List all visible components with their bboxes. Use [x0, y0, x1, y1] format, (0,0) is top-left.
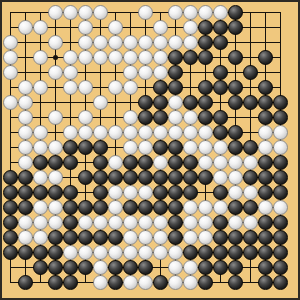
intersection-4-16[interactable]: [228, 50, 243, 65]
intersection-4-18[interactable]: [258, 50, 273, 65]
intersection-11-17[interactable]: [243, 155, 258, 170]
intersection-8-12[interactable]: [168, 110, 183, 125]
intersection-3-14[interactable]: [198, 35, 213, 50]
intersection-15-1[interactable]: [3, 215, 18, 230]
intersection-6-9[interactable]: [123, 80, 138, 95]
intersection-15-14[interactable]: [198, 215, 213, 230]
intersection-1-2[interactable]: [18, 5, 33, 20]
intersection-18-19[interactable]: [273, 260, 288, 275]
intersection-7-11[interactable]: [153, 95, 168, 110]
intersection-17-17[interactable]: [243, 245, 258, 260]
intersection-1-14[interactable]: [198, 5, 213, 20]
intersection-7-7[interactable]: [93, 95, 108, 110]
intersection-11-8[interactable]: [108, 155, 123, 170]
intersection-7-2[interactable]: [18, 95, 33, 110]
intersection-6-17[interactable]: [243, 80, 258, 95]
intersection-1-9[interactable]: [123, 5, 138, 20]
intersection-1-4[interactable]: [48, 5, 63, 20]
intersection-9-19[interactable]: [273, 125, 288, 140]
intersection-18-2[interactable]: [18, 260, 33, 275]
intersection-5-10[interactable]: [138, 65, 153, 80]
intersection-4-15[interactable]: [213, 50, 228, 65]
intersection-18-6[interactable]: [78, 260, 93, 275]
intersection-14-12[interactable]: [168, 200, 183, 215]
intersection-5-6[interactable]: [78, 65, 93, 80]
intersection-3-1[interactable]: [3, 35, 18, 50]
intersection-11-19[interactable]: [273, 155, 288, 170]
intersection-6-5[interactable]: [63, 80, 78, 95]
intersection-17-1[interactable]: [3, 245, 18, 260]
intersection-5-18[interactable]: [258, 65, 273, 80]
intersection-8-17[interactable]: [243, 110, 258, 125]
intersection-16-16[interactable]: [228, 230, 243, 245]
intersection-9-9[interactable]: [123, 125, 138, 140]
intersection-18-3[interactable]: [33, 260, 48, 275]
intersection-12-4[interactable]: [48, 170, 63, 185]
intersection-7-15[interactable]: [213, 95, 228, 110]
intersection-13-4[interactable]: [48, 185, 63, 200]
intersection-19-5[interactable]: [63, 275, 78, 290]
intersection-13-17[interactable]: [243, 185, 258, 200]
intersection-8-8[interactable]: [108, 110, 123, 125]
intersection-12-16[interactable]: [228, 170, 243, 185]
intersection-15-3[interactable]: [33, 215, 48, 230]
intersection-15-9[interactable]: [123, 215, 138, 230]
intersection-4-2[interactable]: [18, 50, 33, 65]
intersection-7-19[interactable]: [273, 95, 288, 110]
intersection-3-4[interactable]: [48, 35, 63, 50]
intersection-2-14[interactable]: [198, 20, 213, 35]
intersection-2-1[interactable]: [3, 20, 18, 35]
intersection-16-13[interactable]: [183, 230, 198, 245]
intersection-19-12[interactable]: [168, 275, 183, 290]
intersection-16-14[interactable]: [198, 230, 213, 245]
intersection-9-12[interactable]: [168, 125, 183, 140]
intersection-5-14[interactable]: [198, 65, 213, 80]
intersection-19-7[interactable]: [93, 275, 108, 290]
intersection-14-13[interactable]: [183, 200, 198, 215]
intersection-13-5[interactable]: [63, 185, 78, 200]
intersection-8-4[interactable]: [48, 110, 63, 125]
intersection-4-1[interactable]: [3, 50, 18, 65]
intersection-8-14[interactable]: [198, 110, 213, 125]
intersection-15-16[interactable]: [228, 215, 243, 230]
intersection-1-1[interactable]: [3, 5, 18, 20]
intersection-19-13[interactable]: [183, 275, 198, 290]
intersection-3-8[interactable]: [108, 35, 123, 50]
intersection-19-1[interactable]: [3, 275, 18, 290]
intersection-7-4[interactable]: [48, 95, 63, 110]
intersection-15-17[interactable]: [243, 215, 258, 230]
intersection-3-10[interactable]: [138, 35, 153, 50]
intersection-14-10[interactable]: [138, 200, 153, 215]
intersection-16-3[interactable]: [33, 230, 48, 245]
intersection-12-7[interactable]: [93, 170, 108, 185]
intersection-10-13[interactable]: [183, 140, 198, 155]
intersection-5-7[interactable]: [93, 65, 108, 80]
intersection-9-15[interactable]: [213, 125, 228, 140]
intersection-6-10[interactable]: [138, 80, 153, 95]
intersection-5-16[interactable]: [228, 65, 243, 80]
intersection-10-8[interactable]: [108, 140, 123, 155]
intersection-11-7[interactable]: [93, 155, 108, 170]
intersection-8-7[interactable]: [93, 110, 108, 125]
intersection-6-11[interactable]: [153, 80, 168, 95]
intersection-16-11[interactable]: [153, 230, 168, 245]
intersection-17-4[interactable]: [48, 245, 63, 260]
intersection-11-15[interactable]: [213, 155, 228, 170]
intersection-4-12[interactable]: [168, 50, 183, 65]
intersection-2-11[interactable]: [153, 20, 168, 35]
intersection-5-2[interactable]: [18, 65, 33, 80]
intersection-3-9[interactable]: [123, 35, 138, 50]
intersection-13-13[interactable]: [183, 185, 198, 200]
intersection-1-17[interactable]: [243, 5, 258, 20]
intersection-1-15[interactable]: [213, 5, 228, 20]
intersection-8-3[interactable]: [33, 110, 48, 125]
intersection-6-2[interactable]: [18, 80, 33, 95]
intersection-19-8[interactable]: [108, 275, 123, 290]
intersection-15-7[interactable]: [93, 215, 108, 230]
intersection-19-17[interactable]: [243, 275, 258, 290]
intersection-15-15[interactable]: [213, 215, 228, 230]
intersection-12-8[interactable]: [108, 170, 123, 185]
intersection-7-1[interactable]: [3, 95, 18, 110]
intersection-7-3[interactable]: [33, 95, 48, 110]
intersection-11-3[interactable]: [33, 155, 48, 170]
intersection-2-13[interactable]: [183, 20, 198, 35]
intersection-5-9[interactable]: [123, 65, 138, 80]
intersection-6-19[interactable]: [273, 80, 288, 95]
intersection-14-1[interactable]: [3, 200, 18, 215]
intersection-12-6[interactable]: [78, 170, 93, 185]
intersection-18-4[interactable]: [48, 260, 63, 275]
intersection-12-19[interactable]: [273, 170, 288, 185]
intersection-17-18[interactable]: [258, 245, 273, 260]
intersection-18-13[interactable]: [183, 260, 198, 275]
intersection-2-16[interactable]: [228, 20, 243, 35]
intersection-2-15[interactable]: [213, 20, 228, 35]
intersection-5-19[interactable]: [273, 65, 288, 80]
intersection-16-8[interactable]: [108, 230, 123, 245]
intersection-7-13[interactable]: [183, 95, 198, 110]
intersection-7-10[interactable]: [138, 95, 153, 110]
intersection-4-6[interactable]: [78, 50, 93, 65]
intersection-10-7[interactable]: [93, 140, 108, 155]
intersection-6-16[interactable]: [228, 80, 243, 95]
intersection-6-3[interactable]: [33, 80, 48, 95]
intersection-16-12[interactable]: [168, 230, 183, 245]
intersection-5-3[interactable]: [33, 65, 48, 80]
intersection-16-1[interactable]: [3, 230, 18, 245]
intersection-13-12[interactable]: [168, 185, 183, 200]
intersection-17-15[interactable]: [213, 245, 228, 260]
intersection-10-4[interactable]: [48, 140, 63, 155]
intersection-9-14[interactable]: [198, 125, 213, 140]
intersection-11-13[interactable]: [183, 155, 198, 170]
intersection-2-3[interactable]: [33, 20, 48, 35]
intersection-7-16[interactable]: [228, 95, 243, 110]
intersection-2-12[interactable]: [168, 20, 183, 35]
intersection-19-18[interactable]: [258, 275, 273, 290]
intersection-17-6[interactable]: [78, 245, 93, 260]
intersection-19-16[interactable]: [228, 275, 243, 290]
intersection-9-16[interactable]: [228, 125, 243, 140]
intersection-13-15[interactable]: [213, 185, 228, 200]
intersection-11-1[interactable]: [3, 155, 18, 170]
intersection-12-10[interactable]: [138, 170, 153, 185]
intersection-9-11[interactable]: [153, 125, 168, 140]
intersection-9-8[interactable]: [108, 125, 123, 140]
intersection-10-15[interactable]: [213, 140, 228, 155]
intersection-9-17[interactable]: [243, 125, 258, 140]
intersection-1-18[interactable]: [258, 5, 273, 20]
intersection-15-13[interactable]: [183, 215, 198, 230]
intersection-18-10[interactable]: [138, 260, 153, 275]
intersection-10-11[interactable]: [153, 140, 168, 155]
intersection-12-1[interactable]: [3, 170, 18, 185]
intersection-13-9[interactable]: [123, 185, 138, 200]
intersection-16-9[interactable]: [123, 230, 138, 245]
intersection-18-16[interactable]: [228, 260, 243, 275]
intersection-9-3[interactable]: [33, 125, 48, 140]
intersection-13-14[interactable]: [198, 185, 213, 200]
intersection-6-7[interactable]: [93, 80, 108, 95]
intersection-8-15[interactable]: [213, 110, 228, 125]
intersection-11-12[interactable]: [168, 155, 183, 170]
intersection-12-9[interactable]: [123, 170, 138, 185]
intersection-12-3[interactable]: [33, 170, 48, 185]
intersection-3-16[interactable]: [228, 35, 243, 50]
intersection-6-6[interactable]: [78, 80, 93, 95]
intersection-14-5[interactable]: [63, 200, 78, 215]
intersection-16-7[interactable]: [93, 230, 108, 245]
intersection-8-11[interactable]: [153, 110, 168, 125]
intersection-8-18[interactable]: [258, 110, 273, 125]
intersection-18-15[interactable]: [213, 260, 228, 275]
intersection-19-19[interactable]: [273, 275, 288, 290]
intersection-6-13[interactable]: [183, 80, 198, 95]
intersection-12-5[interactable]: [63, 170, 78, 185]
intersection-4-11[interactable]: [153, 50, 168, 65]
intersection-5-12[interactable]: [168, 65, 183, 80]
intersection-10-14[interactable]: [198, 140, 213, 155]
intersection-14-18[interactable]: [258, 200, 273, 215]
intersection-16-6[interactable]: [78, 230, 93, 245]
intersection-12-2[interactable]: [18, 170, 33, 185]
intersection-11-10[interactable]: [138, 155, 153, 170]
intersection-13-11[interactable]: [153, 185, 168, 200]
intersection-5-17[interactable]: [243, 65, 258, 80]
intersection-3-11[interactable]: [153, 35, 168, 50]
intersection-8-10[interactable]: [138, 110, 153, 125]
intersection-11-2[interactable]: [18, 155, 33, 170]
intersection-5-13[interactable]: [183, 65, 198, 80]
intersection-14-3[interactable]: [33, 200, 48, 215]
intersection-2-2[interactable]: [18, 20, 33, 35]
intersection-5-11[interactable]: [153, 65, 168, 80]
intersection-16-5[interactable]: [63, 230, 78, 245]
intersection-2-18[interactable]: [258, 20, 273, 35]
intersection-7-17[interactable]: [243, 95, 258, 110]
intersection-10-10[interactable]: [138, 140, 153, 155]
intersection-14-7[interactable]: [93, 200, 108, 215]
intersection-2-8[interactable]: [108, 20, 123, 35]
intersection-2-4[interactable]: [48, 20, 63, 35]
intersection-10-17[interactable]: [243, 140, 258, 155]
intersection-15-18[interactable]: [258, 215, 273, 230]
intersection-10-1[interactable]: [3, 140, 18, 155]
intersection-7-12[interactable]: [168, 95, 183, 110]
intersection-3-6[interactable]: [78, 35, 93, 50]
intersection-1-12[interactable]: [168, 5, 183, 20]
intersection-2-5[interactable]: [63, 20, 78, 35]
intersection-18-12[interactable]: [168, 260, 183, 275]
intersection-10-2[interactable]: [18, 140, 33, 155]
intersection-14-9[interactable]: [123, 200, 138, 215]
intersection-11-18[interactable]: [258, 155, 273, 170]
intersection-4-14[interactable]: [198, 50, 213, 65]
intersection-5-5[interactable]: [63, 65, 78, 80]
intersection-9-2[interactable]: [18, 125, 33, 140]
intersection-17-14[interactable]: [198, 245, 213, 260]
intersection-15-6[interactable]: [78, 215, 93, 230]
intersection-3-15[interactable]: [213, 35, 228, 50]
intersection-1-13[interactable]: [183, 5, 198, 20]
intersection-2-6[interactable]: [78, 20, 93, 35]
intersection-6-15[interactable]: [213, 80, 228, 95]
intersection-2-9[interactable]: [123, 20, 138, 35]
intersection-14-6[interactable]: [78, 200, 93, 215]
intersection-3-5[interactable]: [63, 35, 78, 50]
intersection-9-13[interactable]: [183, 125, 198, 140]
intersection-8-16[interactable]: [228, 110, 243, 125]
intersection-2-17[interactable]: [243, 20, 258, 35]
intersection-16-17[interactable]: [243, 230, 258, 245]
intersection-4-19[interactable]: [273, 50, 288, 65]
intersection-4-10[interactable]: [138, 50, 153, 65]
intersection-10-9[interactable]: [123, 140, 138, 155]
intersection-6-8[interactable]: [108, 80, 123, 95]
intersection-16-18[interactable]: [258, 230, 273, 245]
intersection-18-5[interactable]: [63, 260, 78, 275]
intersection-13-1[interactable]: [3, 185, 18, 200]
intersection-17-2[interactable]: [18, 245, 33, 260]
intersection-8-13[interactable]: [183, 110, 198, 125]
intersection-14-2[interactable]: [18, 200, 33, 215]
intersection-16-15[interactable]: [213, 230, 228, 245]
intersection-3-3[interactable]: [33, 35, 48, 50]
intersection-19-2[interactable]: [18, 275, 33, 290]
intersection-19-10[interactable]: [138, 275, 153, 290]
intersection-17-16[interactable]: [228, 245, 243, 260]
intersection-16-2[interactable]: [18, 230, 33, 245]
intersection-4-17[interactable]: [243, 50, 258, 65]
intersection-19-3[interactable]: [33, 275, 48, 290]
intersection-12-18[interactable]: [258, 170, 273, 185]
intersection-13-7[interactable]: [93, 185, 108, 200]
intersection-6-4[interactable]: [48, 80, 63, 95]
intersection-2-7[interactable]: [93, 20, 108, 35]
intersection-13-8[interactable]: [108, 185, 123, 200]
intersection-18-8[interactable]: [108, 260, 123, 275]
intersection-5-15[interactable]: [213, 65, 228, 80]
intersection-9-18[interactable]: [258, 125, 273, 140]
intersection-12-17[interactable]: [243, 170, 258, 185]
intersection-17-13[interactable]: [183, 245, 198, 260]
intersection-11-14[interactable]: [198, 155, 213, 170]
intersection-13-10[interactable]: [138, 185, 153, 200]
intersection-9-7[interactable]: [93, 125, 108, 140]
intersection-15-19[interactable]: [273, 215, 288, 230]
intersection-18-9[interactable]: [123, 260, 138, 275]
intersection-5-1[interactable]: [3, 65, 18, 80]
intersection-2-10[interactable]: [138, 20, 153, 35]
intersection-18-17[interactable]: [243, 260, 258, 275]
intersection-19-15[interactable]: [213, 275, 228, 290]
intersection-17-19[interactable]: [273, 245, 288, 260]
intersection-8-6[interactable]: [78, 110, 93, 125]
intersection-11-9[interactable]: [123, 155, 138, 170]
intersection-3-17[interactable]: [243, 35, 258, 50]
intersection-17-7[interactable]: [93, 245, 108, 260]
intersection-3-13[interactable]: [183, 35, 198, 50]
intersection-14-17[interactable]: [243, 200, 258, 215]
intersection-7-6[interactable]: [78, 95, 93, 110]
intersection-14-19[interactable]: [273, 200, 288, 215]
intersection-10-16[interactable]: [228, 140, 243, 155]
intersection-17-10[interactable]: [138, 245, 153, 260]
intersection-14-4[interactable]: [48, 200, 63, 215]
intersection-15-10[interactable]: [138, 215, 153, 230]
intersection-4-4[interactable]: [48, 50, 63, 65]
intersection-14-14[interactable]: [198, 200, 213, 215]
intersection-19-9[interactable]: [123, 275, 138, 290]
intersection-19-11[interactable]: [153, 275, 168, 290]
intersection-8-1[interactable]: [3, 110, 18, 125]
intersection-19-14[interactable]: [198, 275, 213, 290]
intersection-17-11[interactable]: [153, 245, 168, 260]
intersection-6-14[interactable]: [198, 80, 213, 95]
intersection-17-5[interactable]: [63, 245, 78, 260]
intersection-12-12[interactable]: [168, 170, 183, 185]
intersection-15-4[interactable]: [48, 215, 63, 230]
intersection-7-14[interactable]: [198, 95, 213, 110]
intersection-1-11[interactable]: [153, 5, 168, 20]
intersection-12-14[interactable]: [198, 170, 213, 185]
intersection-17-3[interactable]: [33, 245, 48, 260]
intersection-17-12[interactable]: [168, 245, 183, 260]
intersection-8-2[interactable]: [18, 110, 33, 125]
intersection-11-16[interactable]: [228, 155, 243, 170]
intersection-13-19[interactable]: [273, 185, 288, 200]
intersection-1-10[interactable]: [138, 5, 153, 20]
intersection-1-7[interactable]: [93, 5, 108, 20]
intersection-13-18[interactable]: [258, 185, 273, 200]
intersection-10-3[interactable]: [33, 140, 48, 155]
intersection-7-5[interactable]: [63, 95, 78, 110]
intersection-1-5[interactable]: [63, 5, 78, 20]
intersection-15-12[interactable]: [168, 215, 183, 230]
intersection-18-14[interactable]: [198, 260, 213, 275]
intersection-4-7[interactable]: [93, 50, 108, 65]
intersection-5-4[interactable]: [48, 65, 63, 80]
intersection-8-5[interactable]: [63, 110, 78, 125]
intersection-1-19[interactable]: [273, 5, 288, 20]
intersection-18-11[interactable]: [153, 260, 168, 275]
intersection-4-3[interactable]: [33, 50, 48, 65]
intersection-9-5[interactable]: [63, 125, 78, 140]
